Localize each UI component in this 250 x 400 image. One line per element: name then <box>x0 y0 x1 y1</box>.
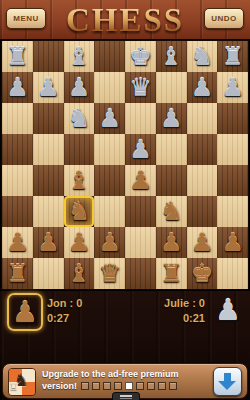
piece-white-knight[interactable]: ♞ <box>68 199 90 224</box>
square-g3[interactable] <box>187 196 218 227</box>
square-g7[interactable]: ♟ <box>187 72 218 103</box>
square-g4[interactable] <box>187 165 218 196</box>
square-b3[interactable] <box>33 196 64 227</box>
page-dot-5 <box>125 382 133 390</box>
square-c6[interactable]: ♞ <box>64 103 95 134</box>
piece-white-rook[interactable]: ♜ <box>160 261 182 286</box>
page-dot-6 <box>136 382 144 390</box>
page-dot-2 <box>92 382 100 390</box>
piece-white-pawn[interactable]: ♟ <box>68 230 90 255</box>
piece-black-bishop[interactable]: ♝ <box>160 44 182 69</box>
piece-white-pawn[interactable]: ♟ <box>129 168 151 193</box>
piece-black-pawn[interactable]: ♟ <box>6 75 28 100</box>
square-f6[interactable]: ♟ <box>156 103 187 134</box>
black-pawn-icon: ♟ <box>212 293 244 327</box>
piece-black-rook[interactable]: ♜ <box>6 44 28 69</box>
piece-white-pawn[interactable]: ♟ <box>160 230 182 255</box>
page-dot-7 <box>147 382 155 390</box>
square-d1[interactable]: ♛ <box>94 258 125 289</box>
square-f4[interactable] <box>156 165 187 196</box>
piece-black-pawn[interactable]: ♟ <box>129 137 151 162</box>
page-dot-1 <box>81 382 89 390</box>
page-dot-4 <box>114 382 122 390</box>
piece-white-bishop[interactable]: ♝ <box>68 168 90 193</box>
square-c7[interactable]: ♟ <box>64 72 95 103</box>
square-a3[interactable] <box>2 196 33 227</box>
square-g8[interactable]: ♞ <box>187 41 218 72</box>
square-a4[interactable] <box>2 165 33 196</box>
piece-white-king[interactable]: ♚ <box>191 261 213 286</box>
white-pawn-icon: ♟ <box>7 293 43 331</box>
chess-board: ♜♝♚♝♞♜♟♟♟♛♟♟♞♟♟♟♝♟♞♞♟♟♟♟♟♟♟♜♝♛♜♚ <box>1 40 249 290</box>
square-d7[interactable] <box>94 72 125 103</box>
chess-app-screen: MENU UNDO CHESS ♜♝♚♝♞♜♟♟♟♛♟♟♞♟♟♟♝♟♞♞♟♟♟♟… <box>0 0 250 400</box>
page-indicator-dots <box>81 382 177 390</box>
square-f3[interactable]: ♞ <box>156 196 187 227</box>
square-d3[interactable] <box>94 196 125 227</box>
square-g6[interactable] <box>187 103 218 134</box>
piece-black-rook[interactable]: ♜ <box>221 44 243 69</box>
piece-white-rook[interactable]: ♜ <box>6 261 28 286</box>
piece-white-pawn[interactable]: ♟ <box>221 230 243 255</box>
page-dot-3 <box>103 382 111 390</box>
square-g5[interactable] <box>187 134 218 165</box>
square-f8[interactable]: ♝ <box>156 41 187 72</box>
piece-white-queen[interactable]: ♛ <box>98 261 120 286</box>
app-icon-rook-glyph: ♜ <box>9 381 18 392</box>
piece-black-knight[interactable]: ♞ <box>68 106 90 131</box>
square-d5[interactable] <box>94 134 125 165</box>
white-player-score: Jon : 0 <box>47 297 82 309</box>
piece-black-pawn[interactable]: ♟ <box>68 75 90 100</box>
ad-text: Upgrade to the ad-free premium version! <box>42 368 202 392</box>
square-h6[interactable] <box>217 103 248 134</box>
ad-text-line1: Upgrade to the ad-free premium <box>42 368 202 380</box>
square-e3[interactable] <box>125 196 156 227</box>
piece-white-bishop[interactable]: ♝ <box>68 261 90 286</box>
piece-black-bishop[interactable]: ♝ <box>68 44 90 69</box>
menu-button[interactable]: MENU <box>6 8 46 29</box>
square-b8[interactable] <box>33 41 64 72</box>
piece-white-pawn[interactable]: ♟ <box>37 230 59 255</box>
piece-white-pawn[interactable]: ♟ <box>98 230 120 255</box>
piece-black-queen[interactable]: ♛ <box>129 75 151 100</box>
square-e4[interactable]: ♟ <box>125 165 156 196</box>
piece-black-pawn[interactable]: ♟ <box>160 106 182 131</box>
black-player-score: Julie : 0 <box>164 297 205 309</box>
square-c8[interactable]: ♝ <box>64 41 95 72</box>
square-e7[interactable]: ♛ <box>125 72 156 103</box>
square-f5[interactable] <box>156 134 187 165</box>
square-c2[interactable]: ♟ <box>64 227 95 258</box>
square-c4[interactable]: ♝ <box>64 165 95 196</box>
square-f1[interactable]: ♜ <box>156 258 187 289</box>
piece-white-pawn[interactable]: ♟ <box>191 230 213 255</box>
square-a6[interactable] <box>2 103 33 134</box>
square-h1[interactable] <box>217 258 248 289</box>
piece-black-knight[interactable]: ♞ <box>191 44 213 69</box>
square-d8[interactable] <box>94 41 125 72</box>
square-h2[interactable]: ♟ <box>217 227 248 258</box>
square-b2[interactable]: ♟ <box>33 227 64 258</box>
ad-drag-handle[interactable] <box>112 392 140 400</box>
square-h4[interactable] <box>217 165 248 196</box>
ad-text-line2: version! <box>42 380 77 392</box>
black-player-clock: 0:21 <box>183 312 205 324</box>
page-dot-9 <box>169 382 177 390</box>
piece-black-pawn[interactable]: ♟ <box>221 75 243 100</box>
square-c1[interactable]: ♝ <box>64 258 95 289</box>
square-h8[interactable]: ♜ <box>217 41 248 72</box>
square-d4[interactable] <box>94 165 125 196</box>
square-e5[interactable]: ♟ <box>125 134 156 165</box>
square-h5[interactable] <box>217 134 248 165</box>
download-arrow-button[interactable] <box>213 367 242 396</box>
square-a1[interactable]: ♜ <box>2 258 33 289</box>
square-b7[interactable]: ♟ <box>33 72 64 103</box>
square-e1[interactable] <box>125 258 156 289</box>
piece-white-knight[interactable]: ♞ <box>160 199 182 224</box>
square-g2[interactable]: ♟ <box>187 227 218 258</box>
square-b6[interactable] <box>33 103 64 134</box>
piece-black-king[interactable]: ♚ <box>129 44 151 69</box>
white-player-clock: 0:27 <box>47 312 69 324</box>
square-c3[interactable]: ♞ <box>64 196 95 227</box>
scoreboard: ♟ Jon : 0 0:27 Julie : 0 0:21 ♟ <box>0 290 250 334</box>
square-b4[interactable] <box>33 165 64 196</box>
square-a7[interactable]: ♟ <box>2 72 33 103</box>
top-bar: MENU UNDO CHESS <box>0 0 250 41</box>
square-a8[interactable]: ♜ <box>2 41 33 72</box>
square-d2[interactable]: ♟ <box>94 227 125 258</box>
page-dot-8 <box>158 382 166 390</box>
square-e2[interactable] <box>125 227 156 258</box>
piece-black-pawn[interactable]: ♟ <box>191 75 213 100</box>
download-arrow-icon <box>224 373 231 381</box>
square-c5[interactable] <box>64 134 95 165</box>
square-e8[interactable]: ♚ <box>125 41 156 72</box>
piece-black-pawn[interactable]: ♟ <box>37 75 59 100</box>
square-b1[interactable] <box>33 258 64 289</box>
square-e6[interactable] <box>125 103 156 134</box>
square-f7[interactable] <box>156 72 187 103</box>
square-f2[interactable]: ♟ <box>156 227 187 258</box>
piece-black-pawn[interactable]: ♟ <box>98 106 120 131</box>
square-a5[interactable] <box>2 134 33 165</box>
square-b5[interactable] <box>33 134 64 165</box>
square-a2[interactable]: ♟ <box>2 227 33 258</box>
square-d6[interactable]: ♟ <box>94 103 125 134</box>
piece-white-pawn[interactable]: ♟ <box>6 230 28 255</box>
square-g1[interactable]: ♚ <box>187 258 218 289</box>
undo-button[interactable]: UNDO <box>204 8 244 29</box>
square-h7[interactable]: ♟ <box>217 72 248 103</box>
square-h3[interactable] <box>217 196 248 227</box>
